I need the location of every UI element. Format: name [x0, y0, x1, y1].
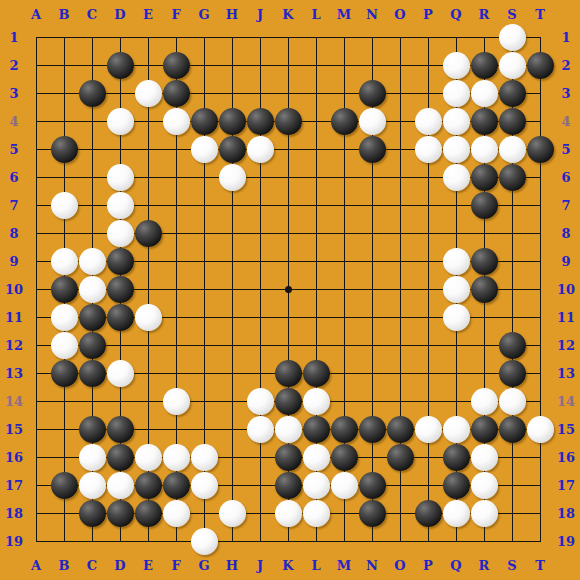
- cell-P9[interactable]: [414, 247, 442, 275]
- cell-B9[interactable]: ○: [50, 247, 78, 275]
- cell-C18[interactable]: ●: [78, 499, 106, 527]
- cell-A4[interactable]: [22, 107, 50, 135]
- cell-Q15[interactable]: ○: [442, 415, 470, 443]
- cell-M10[interactable]: [330, 275, 358, 303]
- cell-Q10[interactable]: ○: [442, 275, 470, 303]
- cell-H10[interactable]: [218, 275, 246, 303]
- cell-K1[interactable]: [274, 23, 302, 51]
- cell-F15[interactable]: [162, 415, 190, 443]
- cell-H5[interactable]: ●: [218, 135, 246, 163]
- cell-H2[interactable]: [218, 51, 246, 79]
- cell-P15[interactable]: ○: [414, 415, 442, 443]
- cell-T5[interactable]: ●: [526, 135, 554, 163]
- cell-G4[interactable]: ●: [190, 107, 218, 135]
- cell-H17[interactable]: [218, 471, 246, 499]
- cell-P13[interactable]: [414, 359, 442, 387]
- cell-L14[interactable]: ○: [302, 387, 330, 415]
- cell-J1[interactable]: [246, 23, 274, 51]
- cell-R11[interactable]: [470, 303, 498, 331]
- cell-P17[interactable]: [414, 471, 442, 499]
- cell-L12[interactable]: [302, 331, 330, 359]
- cell-J4[interactable]: ●: [246, 107, 274, 135]
- cell-R1[interactable]: [470, 23, 498, 51]
- cell-P16[interactable]: [414, 443, 442, 471]
- cell-C2[interactable]: [78, 51, 106, 79]
- cell-O2[interactable]: [386, 51, 414, 79]
- cell-K6[interactable]: [274, 163, 302, 191]
- cell-H16[interactable]: [218, 443, 246, 471]
- cell-G14[interactable]: [190, 387, 218, 415]
- cell-J16[interactable]: [246, 443, 274, 471]
- cell-J12[interactable]: [246, 331, 274, 359]
- cell-K3[interactable]: [274, 79, 302, 107]
- cell-B13[interactable]: ●: [50, 359, 78, 387]
- cell-E2[interactable]: [134, 51, 162, 79]
- cell-T15[interactable]: ○: [526, 415, 554, 443]
- cell-N15[interactable]: ●: [358, 415, 386, 443]
- cell-T17[interactable]: [526, 471, 554, 499]
- cell-N5[interactable]: ●: [358, 135, 386, 163]
- cell-T16[interactable]: [526, 443, 554, 471]
- cell-R17[interactable]: ○: [470, 471, 498, 499]
- cell-D5[interactable]: [106, 135, 134, 163]
- cell-G2[interactable]: [190, 51, 218, 79]
- cell-O8[interactable]: [386, 219, 414, 247]
- cell-F4[interactable]: ○: [162, 107, 190, 135]
- cell-K4[interactable]: ●: [274, 107, 302, 135]
- cell-H6[interactable]: ○: [218, 163, 246, 191]
- cell-Q18[interactable]: ○: [442, 499, 470, 527]
- cell-B5[interactable]: ●: [50, 135, 78, 163]
- cell-D8[interactable]: ○: [106, 219, 134, 247]
- cell-Q17[interactable]: ●: [442, 471, 470, 499]
- cell-M15[interactable]: ●: [330, 415, 358, 443]
- cell-E3[interactable]: ○: [134, 79, 162, 107]
- cell-J14[interactable]: ○: [246, 387, 274, 415]
- cell-P10[interactable]: [414, 275, 442, 303]
- cell-R4[interactable]: ●: [470, 107, 498, 135]
- cell-P18[interactable]: ●: [414, 499, 442, 527]
- cell-B14[interactable]: [50, 387, 78, 415]
- cell-R8[interactable]: [470, 219, 498, 247]
- cell-S9[interactable]: [498, 247, 526, 275]
- cell-K5[interactable]: [274, 135, 302, 163]
- cell-E4[interactable]: [134, 107, 162, 135]
- cell-S11[interactable]: [498, 303, 526, 331]
- cell-D14[interactable]: [106, 387, 134, 415]
- cell-O15[interactable]: ●: [386, 415, 414, 443]
- cell-J2[interactable]: [246, 51, 274, 79]
- cell-H11[interactable]: [218, 303, 246, 331]
- cell-M5[interactable]: [330, 135, 358, 163]
- cell-C15[interactable]: ●: [78, 415, 106, 443]
- cell-M11[interactable]: [330, 303, 358, 331]
- cell-F18[interactable]: ○: [162, 499, 190, 527]
- cell-L9[interactable]: [302, 247, 330, 275]
- cell-D17[interactable]: ○: [106, 471, 134, 499]
- cell-R18[interactable]: ○: [470, 499, 498, 527]
- cell-L8[interactable]: [302, 219, 330, 247]
- cell-L17[interactable]: ○: [302, 471, 330, 499]
- cell-L5[interactable]: [302, 135, 330, 163]
- cell-F1[interactable]: [162, 23, 190, 51]
- cell-D13[interactable]: ○: [106, 359, 134, 387]
- cell-D18[interactable]: ●: [106, 499, 134, 527]
- cell-A12[interactable]: [22, 331, 50, 359]
- cell-D3[interactable]: [106, 79, 134, 107]
- cell-O4[interactable]: [386, 107, 414, 135]
- cell-N17[interactable]: ●: [358, 471, 386, 499]
- cell-H15[interactable]: [218, 415, 246, 443]
- cell-A2[interactable]: [22, 51, 50, 79]
- cell-M3[interactable]: [330, 79, 358, 107]
- cell-T9[interactable]: [526, 247, 554, 275]
- cell-P7[interactable]: [414, 191, 442, 219]
- cell-O17[interactable]: [386, 471, 414, 499]
- cell-B12[interactable]: ○: [50, 331, 78, 359]
- cell-P6[interactable]: [414, 163, 442, 191]
- cell-K17[interactable]: ●: [274, 471, 302, 499]
- cell-C13[interactable]: ●: [78, 359, 106, 387]
- cell-O13[interactable]: [386, 359, 414, 387]
- cell-O14[interactable]: [386, 387, 414, 415]
- cell-L4[interactable]: [302, 107, 330, 135]
- cell-E16[interactable]: ○: [134, 443, 162, 471]
- cell-G16[interactable]: ○: [190, 443, 218, 471]
- cell-E5[interactable]: [134, 135, 162, 163]
- cell-R6[interactable]: ●: [470, 163, 498, 191]
- cell-C5[interactable]: [78, 135, 106, 163]
- cell-B16[interactable]: [50, 443, 78, 471]
- cell-T19[interactable]: [526, 527, 554, 555]
- cell-N4[interactable]: ○: [358, 107, 386, 135]
- cell-G15[interactable]: [190, 415, 218, 443]
- cell-L3[interactable]: [302, 79, 330, 107]
- cell-R5[interactable]: ○: [470, 135, 498, 163]
- cell-F2[interactable]: ●: [162, 51, 190, 79]
- cell-P1[interactable]: [414, 23, 442, 51]
- cell-C14[interactable]: [78, 387, 106, 415]
- cell-H14[interactable]: [218, 387, 246, 415]
- cell-K9[interactable]: [274, 247, 302, 275]
- cell-E18[interactable]: ●: [134, 499, 162, 527]
- cell-G18[interactable]: [190, 499, 218, 527]
- cell-O9[interactable]: [386, 247, 414, 275]
- cell-F3[interactable]: ●: [162, 79, 190, 107]
- cell-C16[interactable]: ○: [78, 443, 106, 471]
- cell-C8[interactable]: [78, 219, 106, 247]
- cell-O1[interactable]: [386, 23, 414, 51]
- cell-R15[interactable]: ●: [470, 415, 498, 443]
- cell-E6[interactable]: [134, 163, 162, 191]
- cell-M17[interactable]: ○: [330, 471, 358, 499]
- cell-G8[interactable]: [190, 219, 218, 247]
- cell-E12[interactable]: [134, 331, 162, 359]
- cell-T6[interactable]: [526, 163, 554, 191]
- cell-C11[interactable]: ●: [78, 303, 106, 331]
- cell-D12[interactable]: [106, 331, 134, 359]
- cell-Q7[interactable]: [442, 191, 470, 219]
- cell-H7[interactable]: [218, 191, 246, 219]
- cell-F17[interactable]: ●: [162, 471, 190, 499]
- cell-S19[interactable]: [498, 527, 526, 555]
- cell-G7[interactable]: [190, 191, 218, 219]
- cell-M9[interactable]: [330, 247, 358, 275]
- cell-M14[interactable]: [330, 387, 358, 415]
- cell-E13[interactable]: [134, 359, 162, 387]
- cell-L18[interactable]: ○: [302, 499, 330, 527]
- cell-N12[interactable]: [358, 331, 386, 359]
- cell-Q8[interactable]: [442, 219, 470, 247]
- cell-J15[interactable]: ○: [246, 415, 274, 443]
- cell-Q19[interactable]: [442, 527, 470, 555]
- cell-R7[interactable]: ●: [470, 191, 498, 219]
- cell-N18[interactable]: ●: [358, 499, 386, 527]
- cell-E1[interactable]: [134, 23, 162, 51]
- cell-K19[interactable]: [274, 527, 302, 555]
- cell-D11[interactable]: ●: [106, 303, 134, 331]
- cell-K18[interactable]: ○: [274, 499, 302, 527]
- cell-Q12[interactable]: [442, 331, 470, 359]
- cell-O5[interactable]: [386, 135, 414, 163]
- cell-J18[interactable]: [246, 499, 274, 527]
- cell-A11[interactable]: [22, 303, 50, 331]
- cell-O19[interactable]: [386, 527, 414, 555]
- cell-C17[interactable]: ○: [78, 471, 106, 499]
- cell-G19[interactable]: ○: [190, 527, 218, 555]
- cell-A3[interactable]: [22, 79, 50, 107]
- cell-R13[interactable]: [470, 359, 498, 387]
- cell-C6[interactable]: [78, 163, 106, 191]
- cell-Q9[interactable]: ○: [442, 247, 470, 275]
- cell-A10[interactable]: [22, 275, 50, 303]
- cell-F11[interactable]: [162, 303, 190, 331]
- cell-N11[interactable]: [358, 303, 386, 331]
- cell-B7[interactable]: ○: [50, 191, 78, 219]
- cell-B17[interactable]: ●: [50, 471, 78, 499]
- cell-L10[interactable]: [302, 275, 330, 303]
- cell-A16[interactable]: [22, 443, 50, 471]
- cell-A6[interactable]: [22, 163, 50, 191]
- cell-Q13[interactable]: [442, 359, 470, 387]
- cell-T13[interactable]: [526, 359, 554, 387]
- cell-B4[interactable]: [50, 107, 78, 135]
- cell-E19[interactable]: [134, 527, 162, 555]
- cell-C12[interactable]: ●: [78, 331, 106, 359]
- cell-S15[interactable]: ●: [498, 415, 526, 443]
- cell-R2[interactable]: ●: [470, 51, 498, 79]
- cell-L15[interactable]: ●: [302, 415, 330, 443]
- cell-J17[interactable]: [246, 471, 274, 499]
- cell-E7[interactable]: [134, 191, 162, 219]
- cell-E9[interactable]: [134, 247, 162, 275]
- cell-O6[interactable]: [386, 163, 414, 191]
- cell-E10[interactable]: [134, 275, 162, 303]
- cell-R10[interactable]: ●: [470, 275, 498, 303]
- cell-P3[interactable]: [414, 79, 442, 107]
- cell-F6[interactable]: [162, 163, 190, 191]
- cell-H1[interactable]: [218, 23, 246, 51]
- cell-O16[interactable]: ●: [386, 443, 414, 471]
- cell-O3[interactable]: [386, 79, 414, 107]
- cell-S18[interactable]: [498, 499, 526, 527]
- cell-Q5[interactable]: ○: [442, 135, 470, 163]
- cell-J9[interactable]: [246, 247, 274, 275]
- cell-M1[interactable]: [330, 23, 358, 51]
- cell-E17[interactable]: ●: [134, 471, 162, 499]
- cell-A5[interactable]: [22, 135, 50, 163]
- cell-H8[interactable]: [218, 219, 246, 247]
- cell-B8[interactable]: [50, 219, 78, 247]
- cell-S14[interactable]: ○: [498, 387, 526, 415]
- cell-M7[interactable]: [330, 191, 358, 219]
- cell-E15[interactable]: [134, 415, 162, 443]
- cell-Q3[interactable]: ○: [442, 79, 470, 107]
- cell-T7[interactable]: [526, 191, 554, 219]
- cell-S4[interactable]: ●: [498, 107, 526, 135]
- cell-G17[interactable]: ○: [190, 471, 218, 499]
- cell-C1[interactable]: [78, 23, 106, 51]
- cell-L1[interactable]: [302, 23, 330, 51]
- cell-J5[interactable]: ○: [246, 135, 274, 163]
- cell-T1[interactable]: [526, 23, 554, 51]
- cell-N16[interactable]: [358, 443, 386, 471]
- cell-H12[interactable]: [218, 331, 246, 359]
- cell-N8[interactable]: [358, 219, 386, 247]
- cell-K15[interactable]: ○: [274, 415, 302, 443]
- cell-P4[interactable]: ○: [414, 107, 442, 135]
- cell-Q1[interactable]: [442, 23, 470, 51]
- cell-P5[interactable]: ○: [414, 135, 442, 163]
- cell-N2[interactable]: [358, 51, 386, 79]
- cell-K2[interactable]: [274, 51, 302, 79]
- cell-C4[interactable]: [78, 107, 106, 135]
- cell-S17[interactable]: [498, 471, 526, 499]
- cell-O18[interactable]: [386, 499, 414, 527]
- cell-M13[interactable]: [330, 359, 358, 387]
- cell-A7[interactable]: [22, 191, 50, 219]
- cell-S13[interactable]: ●: [498, 359, 526, 387]
- cell-G13[interactable]: [190, 359, 218, 387]
- cell-K8[interactable]: [274, 219, 302, 247]
- cell-N1[interactable]: [358, 23, 386, 51]
- cell-A17[interactable]: [22, 471, 50, 499]
- cell-B15[interactable]: [50, 415, 78, 443]
- cell-H18[interactable]: ○: [218, 499, 246, 527]
- cell-L6[interactable]: [302, 163, 330, 191]
- cell-S6[interactable]: ●: [498, 163, 526, 191]
- cell-G10[interactable]: [190, 275, 218, 303]
- cell-B19[interactable]: [50, 527, 78, 555]
- cell-P2[interactable]: [414, 51, 442, 79]
- cell-B11[interactable]: ○: [50, 303, 78, 331]
- cell-K12[interactable]: [274, 331, 302, 359]
- cell-T12[interactable]: [526, 331, 554, 359]
- cell-T14[interactable]: [526, 387, 554, 415]
- cell-T3[interactable]: [526, 79, 554, 107]
- cell-S10[interactable]: [498, 275, 526, 303]
- cell-D4[interactable]: ○: [106, 107, 134, 135]
- cell-K11[interactable]: [274, 303, 302, 331]
- cell-B10[interactable]: ●: [50, 275, 78, 303]
- cell-P14[interactable]: [414, 387, 442, 415]
- cell-A19[interactable]: [22, 527, 50, 555]
- cell-E8[interactable]: ●: [134, 219, 162, 247]
- cell-D6[interactable]: ○: [106, 163, 134, 191]
- cell-S3[interactable]: ●: [498, 79, 526, 107]
- cell-O10[interactable]: [386, 275, 414, 303]
- cell-T10[interactable]: [526, 275, 554, 303]
- cell-J6[interactable]: [246, 163, 274, 191]
- cell-M16[interactable]: ●: [330, 443, 358, 471]
- cell-A14[interactable]: [22, 387, 50, 415]
- cell-Q4[interactable]: ○: [442, 107, 470, 135]
- cell-R12[interactable]: [470, 331, 498, 359]
- cell-F8[interactable]: [162, 219, 190, 247]
- cell-A18[interactable]: [22, 499, 50, 527]
- cell-K10[interactable]: [274, 275, 302, 303]
- cell-T4[interactable]: [526, 107, 554, 135]
- cell-N3[interactable]: ●: [358, 79, 386, 107]
- cell-F12[interactable]: [162, 331, 190, 359]
- cell-B3[interactable]: [50, 79, 78, 107]
- cell-B18[interactable]: [50, 499, 78, 527]
- cell-D16[interactable]: ●: [106, 443, 134, 471]
- cell-S7[interactable]: [498, 191, 526, 219]
- cell-K14[interactable]: ●: [274, 387, 302, 415]
- cell-P12[interactable]: [414, 331, 442, 359]
- cell-G5[interactable]: ○: [190, 135, 218, 163]
- cell-D1[interactable]: [106, 23, 134, 51]
- cell-O12[interactable]: [386, 331, 414, 359]
- cell-M18[interactable]: [330, 499, 358, 527]
- cell-Q11[interactable]: ○: [442, 303, 470, 331]
- cell-R14[interactable]: ○: [470, 387, 498, 415]
- cell-D15[interactable]: ●: [106, 415, 134, 443]
- cell-Q2[interactable]: ○: [442, 51, 470, 79]
- cell-T2[interactable]: ●: [526, 51, 554, 79]
- cell-N14[interactable]: [358, 387, 386, 415]
- cell-D19[interactable]: [106, 527, 134, 555]
- cell-O7[interactable]: [386, 191, 414, 219]
- cell-N10[interactable]: [358, 275, 386, 303]
- cell-J7[interactable]: [246, 191, 274, 219]
- cell-E14[interactable]: [134, 387, 162, 415]
- cell-D2[interactable]: ●: [106, 51, 134, 79]
- cell-C9[interactable]: ○: [78, 247, 106, 275]
- cell-A8[interactable]: [22, 219, 50, 247]
- cell-F16[interactable]: ○: [162, 443, 190, 471]
- cell-S5[interactable]: ○: [498, 135, 526, 163]
- cell-F14[interactable]: ○: [162, 387, 190, 415]
- cell-E11[interactable]: ○: [134, 303, 162, 331]
- cell-M4[interactable]: ●: [330, 107, 358, 135]
- cell-D9[interactable]: ●: [106, 247, 134, 275]
- cell-N9[interactable]: [358, 247, 386, 275]
- cell-P19[interactable]: [414, 527, 442, 555]
- cell-T8[interactable]: [526, 219, 554, 247]
- cell-H13[interactable]: [218, 359, 246, 387]
- cell-H9[interactable]: [218, 247, 246, 275]
- cell-G3[interactable]: [190, 79, 218, 107]
- cell-G6[interactable]: [190, 163, 218, 191]
- cell-Q6[interactable]: ○: [442, 163, 470, 191]
- cell-C7[interactable]: [78, 191, 106, 219]
- cell-T11[interactable]: [526, 303, 554, 331]
- cell-Q16[interactable]: ●: [442, 443, 470, 471]
- cell-F7[interactable]: [162, 191, 190, 219]
- cell-S1[interactable]: ○: [498, 23, 526, 51]
